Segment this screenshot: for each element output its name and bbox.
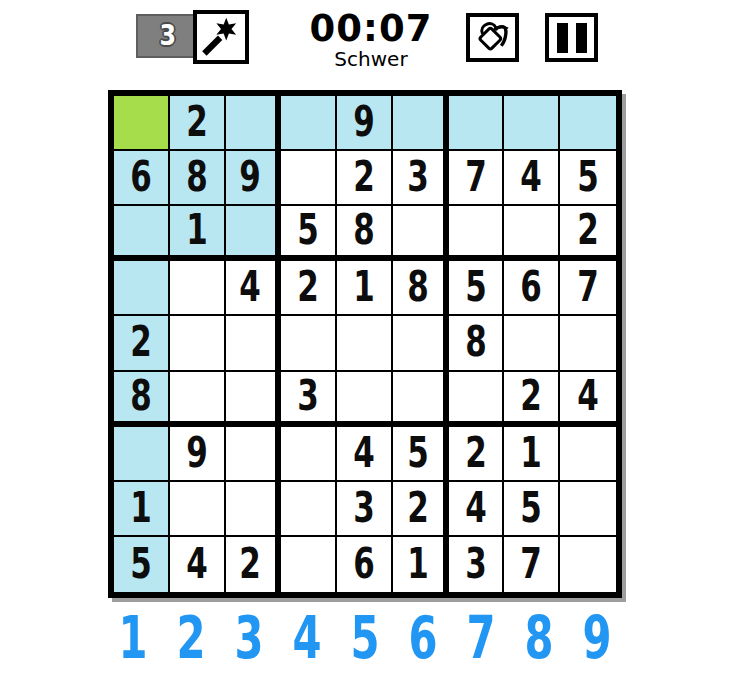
cell-r3c1[interactable]: [114, 206, 170, 261]
hints-remaining-count: 3: [159, 22, 176, 50]
cell-r1c6[interactable]: [393, 96, 449, 151]
cell-digit: 7: [465, 155, 487, 198]
cell-digit: 1: [353, 265, 375, 308]
cell-digit: 8: [407, 265, 429, 308]
numpad-digit-1[interactable]: 1: [112, 604, 154, 672]
cell-digit: 1: [407, 542, 429, 585]
cell-r5c6[interactable]: [393, 316, 449, 371]
numpad-digit-2[interactable]: 2: [170, 604, 212, 672]
sudoku-board[interactable]: 2968923745158242185672883249452113245542…: [108, 90, 622, 598]
cell-r1c5[interactable]: 9: [337, 96, 393, 151]
cell-r5c8[interactable]: [504, 316, 560, 371]
cell-r8c4[interactable]: [281, 482, 337, 537]
cell-r3c7[interactable]: [449, 206, 505, 261]
cell-r9c9[interactable]: [560, 537, 616, 592]
cell-digit: 2: [240, 542, 262, 585]
numpad-digit-9[interactable]: 9: [576, 604, 618, 672]
cell-r8c1[interactable]: 1: [114, 482, 170, 537]
cell-r2c4[interactable]: [281, 151, 337, 206]
cell-r5c9[interactable]: [560, 316, 616, 371]
cell-digit: 3: [297, 374, 319, 417]
cell-r7c4[interactable]: [281, 427, 337, 482]
cell-digit: 5: [297, 208, 319, 251]
cell-r4c6[interactable]: 8: [393, 261, 449, 316]
difficulty-label: Schwer: [278, 48, 464, 70]
cell-r5c1[interactable]: 2: [114, 316, 170, 371]
cell-r7c5[interactable]: 4: [337, 427, 393, 482]
cell-r6c9[interactable]: 4: [560, 372, 616, 427]
cell-r2c3[interactable]: 9: [226, 151, 282, 206]
cell-digit: 2: [186, 100, 208, 143]
cell-r4c8[interactable]: 6: [504, 261, 560, 316]
cell-digit: 9: [186, 431, 208, 474]
cell-digit: 5: [130, 542, 152, 585]
paint-bucket-icon: [475, 18, 511, 57]
cell-digit: 5: [465, 265, 487, 308]
cell-digit: 3: [353, 486, 375, 529]
top-toolbar: 3 00:07 Schwer: [0, 0, 742, 82]
cell-r1c9[interactable]: [560, 96, 616, 151]
cell-r4c5[interactable]: 1: [337, 261, 393, 316]
cell-digit: 2: [353, 155, 375, 198]
cell-digit: 9: [240, 155, 262, 198]
cell-digit: 4: [465, 486, 487, 529]
cell-r7c9[interactable]: [560, 427, 616, 482]
cell-digit: 7: [521, 542, 543, 585]
cell-r6c5[interactable]: [337, 372, 393, 427]
cell-r9c4[interactable]: [281, 537, 337, 592]
hints-remaining-badge: 3: [136, 14, 199, 58]
cell-r9c6[interactable]: 1: [393, 537, 449, 592]
cell-r2c6[interactable]: 3: [393, 151, 449, 206]
cell-r2c5[interactable]: 2: [337, 151, 393, 206]
cell-r2c7[interactable]: 7: [449, 151, 505, 206]
cell-digit: 3: [407, 155, 429, 198]
cell-r4c3[interactable]: 4: [226, 261, 282, 316]
cell-r4c1[interactable]: [114, 261, 170, 316]
cell-digit: 4: [353, 431, 375, 474]
cell-digit: 5: [577, 155, 599, 198]
numpad: 123456789: [104, 604, 626, 672]
hint-button[interactable]: [193, 10, 249, 64]
cell-r1c1[interactable]: [114, 96, 170, 151]
cell-digit: 8: [465, 320, 487, 363]
numpad-digit-5[interactable]: 5: [344, 604, 386, 672]
cell-r9c3[interactable]: 2: [226, 537, 282, 592]
cell-r3c4[interactable]: 5: [281, 206, 337, 261]
timer: 00:07: [278, 10, 464, 47]
cell-digit: 2: [297, 265, 319, 308]
cell-r3c2[interactable]: 1: [170, 206, 226, 261]
cell-r8c9[interactable]: [560, 482, 616, 537]
cell-r8c8[interactable]: 5: [504, 482, 560, 537]
cell-digit: 2: [407, 486, 429, 529]
cell-r7c7[interactable]: 2: [449, 427, 505, 482]
cell-r3c6[interactable]: [393, 206, 449, 261]
cell-digit: 1: [186, 208, 208, 251]
cell-digit: 8: [353, 208, 375, 251]
cell-r9c8[interactable]: 7: [504, 537, 560, 592]
cell-r6c3[interactable]: [226, 372, 282, 427]
cell-digit: 8: [186, 155, 208, 198]
cell-digit: 1: [521, 431, 543, 474]
cell-r2c8[interactable]: 4: [504, 151, 560, 206]
cell-digit: 2: [521, 374, 543, 417]
cell-r2c1[interactable]: 6: [114, 151, 170, 206]
cell-r6c6[interactable]: [393, 372, 449, 427]
cell-digit: 4: [186, 542, 208, 585]
magic-wand-icon: [200, 14, 242, 61]
numpad-digit-6[interactable]: 6: [402, 604, 444, 672]
cell-digit: 4: [521, 155, 543, 198]
cell-r2c9[interactable]: 5: [560, 151, 616, 206]
cell-r5c2[interactable]: [170, 316, 226, 371]
cell-r2c2[interactable]: 8: [170, 151, 226, 206]
cell-r3c3[interactable]: [226, 206, 282, 261]
cell-r5c5[interactable]: [337, 316, 393, 371]
cell-digit: 7: [577, 265, 599, 308]
cell-r3c5[interactable]: 8: [337, 206, 393, 261]
cell-r7c2[interactable]: 9: [170, 427, 226, 482]
cell-r9c7[interactable]: 3: [449, 537, 505, 592]
cell-r1c4[interactable]: [281, 96, 337, 151]
cell-r1c8[interactable]: [504, 96, 560, 151]
cell-digit: 6: [130, 155, 152, 198]
cell-digit: 2: [465, 431, 487, 474]
color-fill-button[interactable]: [466, 13, 519, 62]
cell-r1c7[interactable]: [449, 96, 505, 151]
pause-button[interactable]: [545, 13, 598, 62]
cell-r7c6[interactable]: 5: [393, 427, 449, 482]
cell-r4c4[interactable]: 2: [281, 261, 337, 316]
cell-digit: 5: [521, 486, 543, 529]
cell-digit: 1: [130, 486, 152, 529]
numpad-digit-8[interactable]: 8: [518, 604, 560, 672]
cell-digit: 4: [577, 374, 599, 417]
cell-r4c2[interactable]: [170, 261, 226, 316]
timer-block: 00:07 Schwer: [278, 10, 464, 70]
cell-r5c4[interactable]: [281, 316, 337, 371]
cell-digit: 3: [465, 542, 487, 585]
cell-r9c5[interactable]: 6: [337, 537, 393, 592]
cell-r8c3[interactable]: [226, 482, 282, 537]
cell-r3c9[interactable]: 2: [560, 206, 616, 261]
cell-digit: 2: [130, 320, 152, 363]
cell-r8c2[interactable]: [170, 482, 226, 537]
cell-r8c6[interactable]: 2: [393, 482, 449, 537]
cell-digit: 6: [353, 542, 375, 585]
cell-digit: 6: [521, 265, 543, 308]
cell-r3c8[interactable]: [504, 206, 560, 261]
cell-r8c7[interactable]: 4: [449, 482, 505, 537]
cell-r6c8[interactable]: 2: [504, 372, 560, 427]
pause-icon: [557, 23, 587, 53]
numpad-digit-3[interactable]: 3: [228, 604, 270, 672]
cell-r4c9[interactable]: 7: [560, 261, 616, 316]
cell-r9c2[interactable]: 4: [170, 537, 226, 592]
cell-r6c7[interactable]: [449, 372, 505, 427]
cell-digit: 2: [577, 208, 599, 251]
cell-r7c8[interactable]: 1: [504, 427, 560, 482]
cell-digit: 5: [407, 431, 429, 474]
cell-r9c1[interactable]: 5: [114, 537, 170, 592]
cell-r1c2[interactable]: 2: [170, 96, 226, 151]
cell-r7c1[interactable]: [114, 427, 170, 482]
cell-r6c1[interactable]: 8: [114, 372, 170, 427]
cell-r1c3[interactable]: [226, 96, 282, 151]
numpad-digit-4[interactable]: 4: [286, 604, 328, 672]
cell-r8c5[interactable]: 3: [337, 482, 393, 537]
cell-digit: 8: [130, 374, 152, 417]
cell-r6c4[interactable]: 3: [281, 372, 337, 427]
cell-r6c2[interactable]: [170, 372, 226, 427]
cell-r5c7[interactable]: 8: [449, 316, 505, 371]
cell-digit: 4: [240, 265, 262, 308]
numpad-digit-7[interactable]: 7: [460, 604, 502, 672]
cell-r4c7[interactable]: 5: [449, 261, 505, 316]
cell-digit: 9: [353, 100, 375, 143]
cell-r5c3[interactable]: [226, 316, 282, 371]
cell-r7c3[interactable]: [226, 427, 282, 482]
